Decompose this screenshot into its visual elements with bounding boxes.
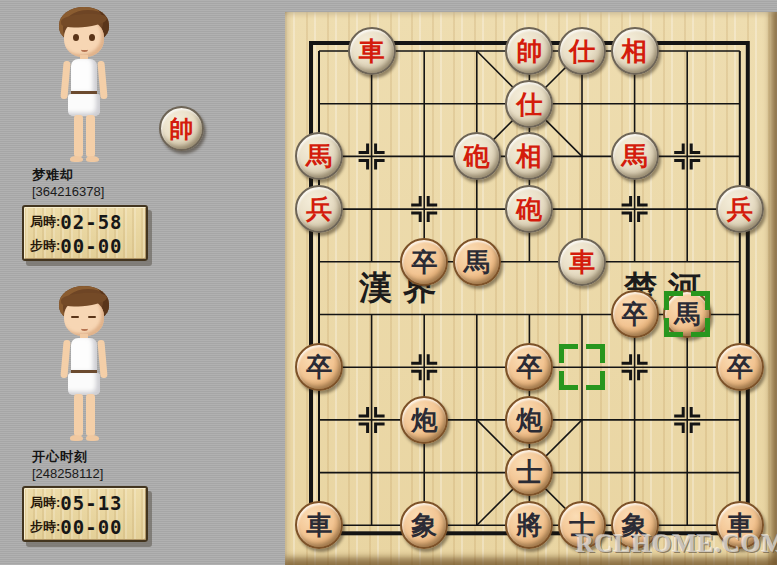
piece-black-r4c3[interactable]: 馬: [453, 238, 501, 286]
piece-red-r2c3[interactable]: 砲: [453, 132, 501, 180]
piece-black-r8c4[interactable]: 士: [505, 448, 553, 496]
player2-timer-panel: 局時: 05-13 步時: 00-00: [22, 486, 148, 542]
piece-black-r9c4[interactable]: 將: [505, 501, 553, 549]
piece-black-r6c4[interactable]: 卒: [505, 343, 553, 391]
game-time-label: 局時:: [30, 494, 60, 512]
player1-name: 梦难却: [32, 166, 74, 184]
player1-move-time: 00-00: [60, 234, 122, 257]
player2-game-time: 05-13: [60, 491, 122, 514]
player1-game-time: 02-58: [60, 210, 122, 233]
player2-name: 开心时刻: [32, 448, 88, 466]
players-sidebar: 帥 梦难却 [364216378] 局時: 02-58 步時: 00-00 开心…: [0, 0, 285, 565]
game-window: 帥 梦难却 [364216378] 局時: 02-58 步時: 00-00 开心…: [0, 0, 777, 565]
piece-red-r2c6[interactable]: 馬: [611, 132, 659, 180]
player2-id: [248258112]: [32, 466, 103, 481]
game-time-label: 局時:: [30, 213, 60, 231]
player1-id: [364216378]: [32, 184, 104, 199]
move-time-label: 步時:: [30, 518, 60, 536]
piece-red-r0c4[interactable]: 帥: [505, 27, 553, 75]
piece-black-r9c0[interactable]: 車: [295, 501, 343, 549]
player2-move-time: 00-00: [60, 515, 122, 538]
piece-red-r0c5[interactable]: 仕: [558, 27, 606, 75]
piece-black-r9c2[interactable]: 象: [400, 501, 448, 549]
piece-black-r7c4[interactable]: 炮: [505, 396, 553, 444]
piece-red-r0c1[interactable]: 車: [348, 27, 396, 75]
piece-red-r4c5[interactable]: 車: [558, 238, 606, 286]
move-time-label: 步時:: [30, 237, 60, 255]
piece-red-r2c0[interactable]: 馬: [295, 132, 343, 180]
red-side-marker-piece: 帥: [159, 106, 204, 151]
piece-black-r5c6[interactable]: 卒: [611, 290, 659, 338]
xiangqi-board[interactable]: 漢界 楚河 車帥仕相仕馬砲相馬兵砲兵車卒馬卒馬卒卒卒炮炮士車象將士象車 RCLH…: [285, 12, 777, 565]
piece-red-r3c0[interactable]: 兵: [295, 185, 343, 233]
piece-red-r3c4[interactable]: 砲: [505, 185, 553, 233]
watermark: RCLHOME.COM: [576, 530, 777, 558]
last-move-to-marker: [664, 291, 710, 337]
player2-avatar: [51, 286, 117, 444]
piece-black-r6c0[interactable]: 卒: [295, 343, 343, 391]
piece-grid: 車帥仕相仕馬砲相馬兵砲兵車卒馬卒馬卒卒卒炮炮士車象將士象車: [293, 25, 766, 552]
piece-black-r4c2[interactable]: 卒: [400, 238, 448, 286]
player1-avatar: [51, 7, 117, 165]
last-move-from-marker: [559, 344, 605, 390]
piece-red-r1c4[interactable]: 仕: [505, 80, 553, 128]
piece-black-r7c2[interactable]: 炮: [400, 396, 448, 444]
piece-black-r6c8[interactable]: 卒: [716, 343, 764, 391]
piece-red-r2c4[interactable]: 相: [505, 132, 553, 180]
piece-red-r3c8[interactable]: 兵: [716, 185, 764, 233]
piece-red-r0c6[interactable]: 相: [611, 27, 659, 75]
player1-timer-panel: 局時: 02-58 步時: 00-00: [22, 205, 148, 261]
